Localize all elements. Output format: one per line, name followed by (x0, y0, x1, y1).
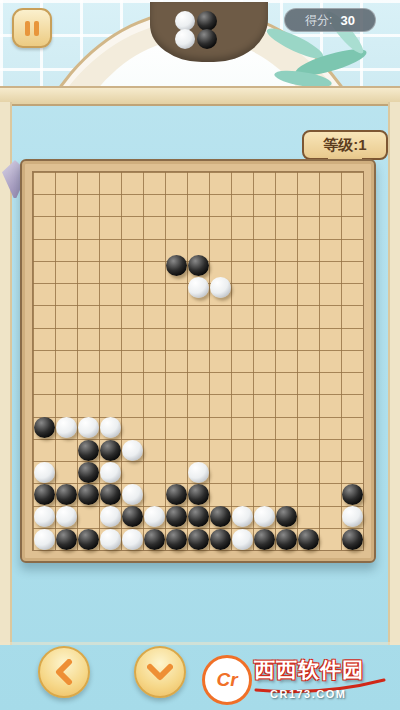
floor-line (0, 642, 400, 645)
black-stone (122, 506, 143, 527)
black-stone (78, 440, 99, 461)
left-chevron-icon (53, 659, 75, 685)
black-stone (298, 529, 319, 550)
pause-icon (34, 21, 39, 36)
black-stone (34, 484, 55, 505)
black-stone (342, 529, 363, 550)
black-stone (188, 529, 209, 550)
white-stone (100, 417, 121, 438)
black-stone (276, 506, 297, 527)
white-stone (122, 440, 143, 461)
black-stone (56, 484, 77, 505)
white-stone (232, 506, 253, 527)
beam (0, 86, 400, 106)
drop-button[interactable] (134, 646, 186, 698)
right-pillar (388, 102, 400, 645)
white-stone (34, 462, 55, 483)
white-stone (100, 462, 121, 483)
watermark-domain: CR173.COM (270, 688, 346, 700)
pause-button[interactable] (12, 8, 52, 48)
white-stone (78, 417, 99, 438)
preview-black-stone (197, 29, 217, 49)
black-stone (276, 529, 297, 550)
watermark: Cr 西西软件园 CR173.COM (200, 650, 396, 706)
black-stone (188, 506, 209, 527)
black-stone (78, 529, 99, 550)
pause-icon (25, 21, 30, 36)
black-stone (166, 506, 187, 527)
down-chevron-icon (147, 661, 173, 683)
score-value: 30 (340, 13, 354, 28)
black-stone (56, 529, 77, 550)
black-stone (254, 529, 275, 550)
black-stone (188, 255, 209, 276)
white-stone (100, 506, 121, 527)
white-stone (122, 529, 143, 550)
white-stone (188, 277, 209, 298)
white-stone (144, 506, 165, 527)
black-stone (166, 255, 187, 276)
watermark-logo-icon: Cr (202, 655, 252, 705)
board-grid[interactable] (32, 171, 364, 551)
white-stone (56, 417, 77, 438)
white-stone (56, 506, 77, 527)
white-stone (254, 506, 275, 527)
black-stone (188, 484, 209, 505)
preview-black-stone (197, 11, 217, 31)
score-badge: 得分: 30 (284, 8, 376, 32)
black-stone (78, 462, 99, 483)
black-stone (166, 484, 187, 505)
black-stone (210, 529, 231, 550)
black-stone (100, 484, 121, 505)
level-text: 等级:1 (302, 130, 388, 160)
black-stone (100, 440, 121, 461)
white-stone (34, 506, 55, 527)
black-stone (78, 484, 99, 505)
black-stone (210, 506, 231, 527)
white-stone (100, 529, 121, 550)
black-stone (34, 417, 55, 438)
white-stone (34, 529, 55, 550)
back-button[interactable] (38, 646, 90, 698)
game-board (20, 159, 376, 563)
white-stone (342, 506, 363, 527)
white-stone (188, 462, 209, 483)
black-stone (342, 484, 363, 505)
white-stone (232, 529, 253, 550)
score-label: 得分: (305, 12, 332, 29)
black-stone (144, 529, 165, 550)
white-stone (122, 484, 143, 505)
black-stone (166, 529, 187, 550)
white-stone (210, 277, 231, 298)
preview-white-stone (175, 11, 195, 31)
preview-white-stone (175, 29, 195, 49)
